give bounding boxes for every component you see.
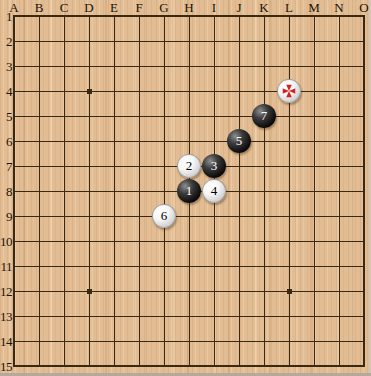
row-label-12: 12	[0, 284, 12, 299]
column-label-K: K	[254, 1, 274, 14]
gomoku-board-window: ABCDEFGHIJKLMNO 123456789101112131415 12…	[0, 0, 371, 376]
grid-line-horizontal	[14, 216, 364, 217]
row-label-15: 15	[0, 359, 12, 374]
row-label-10: 10	[0, 234, 12, 249]
stone-black-K5[interactable]: 7	[252, 104, 276, 128]
row-label-4: 4	[0, 84, 12, 99]
star-point-D4	[87, 89, 92, 94]
grid-line-vertical	[314, 16, 315, 366]
stone-move-number: 2	[186, 158, 193, 174]
column-label-J: J	[229, 1, 249, 14]
stone-move-number: 3	[211, 158, 218, 174]
column-label-H: H	[179, 1, 199, 14]
grid-line-horizontal	[14, 316, 364, 317]
grid-line-horizontal	[14, 341, 364, 342]
stone-move-number: 1	[186, 183, 193, 199]
grid-line-horizontal	[14, 266, 364, 267]
column-label-I: I	[204, 1, 224, 14]
grid-line-vertical	[339, 16, 340, 366]
stone-move-number: 7	[261, 108, 268, 124]
grid-line-vertical	[239, 16, 240, 366]
column-label-B: B	[29, 1, 49, 14]
row-label-13: 13	[0, 309, 12, 324]
row-label-11: 11	[0, 259, 12, 274]
stone-white-I8[interactable]: 4	[202, 179, 226, 203]
row-label-9: 9	[0, 209, 12, 224]
star-point-L12	[287, 289, 292, 294]
stone-move-number: 4	[211, 183, 218, 199]
column-label-D: D	[79, 1, 99, 14]
stone-white-L4[interactable]	[277, 79, 301, 103]
row-label-5: 5	[0, 109, 12, 124]
row-label-8: 8	[0, 184, 12, 199]
row-label-1: 1	[0, 9, 12, 24]
last-move-red-cross-icon	[283, 85, 296, 98]
column-label-N: N	[329, 1, 349, 14]
grid-line-vertical	[264, 16, 265, 366]
column-label-G: G	[154, 1, 174, 14]
star-point-D12	[87, 289, 92, 294]
grid-line-horizontal	[14, 241, 364, 242]
column-label-F: F	[129, 1, 149, 14]
column-label-L: L	[279, 1, 299, 14]
row-label-3: 3	[0, 59, 12, 74]
stone-move-number: 6	[161, 208, 168, 224]
grid-line-vertical	[289, 16, 290, 366]
column-label-M: M	[304, 1, 324, 14]
column-label-E: E	[104, 1, 124, 14]
stone-white-G9[interactable]: 6	[152, 204, 176, 228]
stone-move-number: 5	[236, 133, 243, 149]
stone-black-I7[interactable]: 3	[202, 154, 226, 178]
row-label-6: 6	[0, 134, 12, 149]
stone-white-H7[interactable]: 2	[177, 154, 201, 178]
row-label-14: 14	[0, 334, 12, 349]
row-label-7: 7	[0, 159, 12, 174]
stone-black-J6[interactable]: 5	[227, 129, 251, 153]
row-label-2: 2	[0, 34, 12, 49]
grid-line-horizontal	[14, 291, 364, 292]
stone-black-H8[interactable]: 1	[177, 179, 201, 203]
column-label-C: C	[54, 1, 74, 14]
